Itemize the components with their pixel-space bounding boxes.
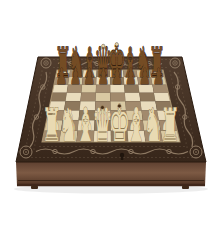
finial-light-king <box>118 104 121 107</box>
piece-dark-pawn-d7: ♟ <box>97 64 109 90</box>
piece-dark-pawn-c7: ♟ <box>84 64 96 90</box>
box-foot-right <box>182 186 189 190</box>
chess-set-photo: ♜♞♝♛♚♝♞♜♟♟♟♟♟♟♟♟♟♟♟♟♟♟♟♟♜♞♝♛♚♝♞♜ <box>0 0 220 230</box>
piece-dark-pawn-f7: ♟ <box>125 64 137 90</box>
piece-dark-pawn-b7: ♟ <box>70 64 82 90</box>
piece-dark-pawn-a7: ♟ <box>56 64 68 90</box>
piece-light-rook-h1: ♜ <box>160 98 180 153</box>
finial-light-queen <box>101 106 104 109</box>
piece-dark-pawn-e7: ♟ <box>111 64 123 90</box>
finial-dark-king <box>115 43 118 46</box>
box-front-face <box>16 162 206 186</box>
finial-dark-queen <box>102 44 105 47</box>
piece-dark-pawn-g7: ♟ <box>139 64 151 90</box>
piece-dark-pawn-h7: ♟ <box>153 64 165 90</box>
box-foot-left <box>31 186 38 190</box>
board-svg: ♜♞♝♛♚♝♞♜♟♟♟♟♟♟♟♟♟♟♟♟♟♟♟♟♜♞♝♛♚♝♞♜ <box>0 0 220 230</box>
